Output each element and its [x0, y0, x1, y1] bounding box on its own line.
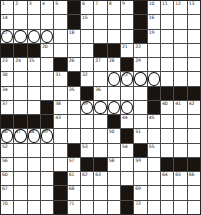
- crossword-board: 1234567891011121314151617181920212223242…: [0, 0, 201, 215]
- cell-r6c3[interactable]: [28, 72, 40, 85]
- clue-number: 26: [69, 58, 74, 63]
- cell-r13c1[interactable]: 60: [1, 172, 13, 185]
- cell-r2c3[interactable]: [28, 15, 40, 28]
- cell-r9c13[interactable]: [161, 115, 173, 128]
- clue-number: 33: [122, 72, 127, 77]
- cell-r13c13[interactable]: 64: [161, 172, 173, 185]
- cell-r13c10[interactable]: [121, 172, 133, 185]
- cell-r15c6[interactable]: 71: [68, 201, 80, 214]
- cell-r5c8[interactable]: 27: [94, 58, 106, 71]
- cell-r2c5[interactable]: [54, 15, 66, 28]
- cell-r1c4[interactable]: 4: [41, 1, 53, 14]
- cell-r1c8[interactable]: 7: [94, 1, 106, 14]
- cell-r12c8: [94, 158, 106, 171]
- clue-number: 34: [2, 87, 7, 92]
- cell-r14c12[interactable]: [148, 186, 160, 199]
- cell-r1c14[interactable]: 12: [174, 1, 186, 14]
- cell-r3c5[interactable]: [54, 30, 66, 43]
- cell-r11c5[interactable]: [54, 144, 66, 157]
- cell-r8c15[interactable]: 42: [188, 101, 200, 114]
- cell-r15c2[interactable]: [14, 201, 26, 214]
- cell-r9c8[interactable]: [94, 115, 106, 128]
- cell-r3c11: [134, 30, 146, 43]
- cell-r3c1[interactable]: 17: [1, 30, 13, 43]
- cell-r11c4[interactable]: [41, 144, 53, 157]
- clue-number: 51: [135, 129, 140, 134]
- clue-number: 30: [2, 72, 7, 77]
- cell-r9c11[interactable]: [134, 115, 146, 128]
- clue-number: 25: [29, 58, 34, 63]
- clue-number: 59: [135, 158, 140, 163]
- cell-r12c5[interactable]: [54, 158, 66, 171]
- clue-number: 60: [2, 172, 7, 177]
- cell-r13c9[interactable]: [108, 172, 120, 185]
- cell-r3c14[interactable]: [174, 30, 186, 43]
- circle-marker: [121, 101, 133, 114]
- cell-r12c7: [81, 158, 93, 171]
- cell-r7c9[interactable]: [108, 87, 120, 100]
- cell-r4c7[interactable]: [81, 44, 93, 57]
- clue-number: 29: [135, 58, 140, 63]
- cell-r12c10[interactable]: [121, 158, 133, 171]
- clue-number: 43: [55, 115, 60, 120]
- cell-r3c15[interactable]: [188, 30, 200, 43]
- clue-number: 47: [15, 129, 20, 134]
- cell-r3c3[interactable]: [28, 30, 40, 43]
- cell-r13c14[interactable]: 65: [174, 172, 186, 185]
- clue-number: 3: [29, 1, 32, 6]
- clue-number: 19: [149, 30, 154, 35]
- cell-r2c11: [134, 15, 146, 28]
- clue-number: 38: [55, 101, 60, 106]
- cell-r4c9: [108, 44, 120, 57]
- cell-r10c10: [121, 129, 133, 142]
- cell-r6c9[interactable]: [108, 72, 120, 85]
- cell-r7c11[interactable]: [134, 87, 146, 100]
- cell-r15c5: [54, 201, 66, 214]
- cell-r13c6[interactable]: 61: [68, 172, 80, 185]
- cell-r12c14: [174, 158, 186, 171]
- cell-r12c11[interactable]: 59: [134, 158, 146, 171]
- circle-marker: [28, 30, 40, 43]
- cell-r15c10: [121, 201, 133, 214]
- cell-r6c5[interactable]: 31: [54, 72, 66, 85]
- clue-number: 10: [149, 1, 154, 6]
- cell-r4c12[interactable]: [148, 44, 160, 57]
- clue-number: 61: [69, 172, 74, 177]
- cell-r15c8[interactable]: [94, 201, 106, 214]
- clue-number: 14: [2, 15, 7, 20]
- cell-r8c3[interactable]: [28, 101, 40, 114]
- clue-number: 50: [109, 129, 114, 134]
- cell-r2c13[interactable]: [161, 15, 173, 28]
- cell-r10c14[interactable]: [174, 129, 186, 142]
- clue-number: 27: [95, 58, 100, 63]
- cell-r11c9[interactable]: [108, 144, 120, 157]
- clue-number: 15: [82, 15, 87, 20]
- cell-r5c13[interactable]: [161, 58, 173, 71]
- cell-r8c10[interactable]: [121, 101, 133, 114]
- cell-r4c8: [94, 44, 106, 57]
- clue-number: 7: [95, 1, 98, 6]
- cell-r3c2[interactable]: [14, 30, 26, 43]
- cell-r8c8[interactable]: [94, 101, 106, 114]
- clue-number: 45: [149, 115, 154, 120]
- cell-r8c9[interactable]: [108, 101, 120, 114]
- cell-r13c8[interactable]: 63: [94, 172, 106, 185]
- cell-r15c9[interactable]: [108, 201, 120, 214]
- cell-r10c2[interactable]: 47: [14, 129, 26, 142]
- cell-r12c2[interactable]: [14, 158, 26, 171]
- clue-number: 55: [149, 144, 154, 149]
- cell-r5c15[interactable]: [188, 58, 200, 71]
- clue-number: 8: [109, 1, 112, 6]
- cell-r8c14[interactable]: 41: [174, 101, 186, 114]
- cell-r15c3[interactable]: [28, 201, 40, 214]
- circle-marker: [14, 30, 26, 43]
- cell-r2c1[interactable]: 14: [1, 15, 13, 28]
- clue-number: 70: [2, 201, 7, 206]
- cell-r14c5: [54, 186, 66, 199]
- clue-number: 54: [122, 144, 127, 149]
- circle-marker: [41, 30, 53, 43]
- cell-r7c10[interactable]: [121, 87, 133, 100]
- clue-number: 53: [82, 144, 87, 149]
- clue-number: 36: [95, 87, 100, 92]
- cell-r2c6: [68, 15, 80, 28]
- cell-r1c9[interactable]: 8: [108, 1, 120, 14]
- cell-r7c5[interactable]: [54, 87, 66, 100]
- cell-r4c3: [28, 44, 40, 57]
- cell-r6c14[interactable]: [174, 72, 186, 85]
- clue-number: 18: [69, 30, 74, 35]
- cell-r11c11: [134, 144, 146, 157]
- cell-r6c1[interactable]: 30: [1, 72, 13, 85]
- cell-r13c3[interactable]: [28, 172, 40, 185]
- clue-number: 11: [162, 1, 167, 6]
- cell-r5c7[interactable]: [81, 58, 93, 71]
- clue-number: 65: [175, 172, 180, 177]
- clue-number: 42: [189, 101, 194, 106]
- cell-r2c14[interactable]: [174, 15, 186, 28]
- cell-r3c13[interactable]: [161, 30, 173, 43]
- cell-r3c12[interactable]: 19: [148, 30, 160, 43]
- cell-r2c2[interactable]: [14, 15, 26, 28]
- cell-r6c4[interactable]: [41, 72, 53, 85]
- cell-r4c14[interactable]: [174, 44, 186, 57]
- cell-r14c7[interactable]: [81, 186, 93, 199]
- cell-r4c2: [14, 44, 26, 57]
- cell-r2c8[interactable]: [94, 15, 106, 28]
- cell-r6c2[interactable]: [14, 72, 26, 85]
- clue-number: 37: [2, 101, 7, 106]
- clue-number: 17: [2, 30, 7, 35]
- cell-r9c14[interactable]: [174, 115, 186, 128]
- cell-r7c6[interactable]: 35: [68, 87, 80, 100]
- cell-r13c12[interactable]: [148, 172, 160, 185]
- cell-r9c7[interactable]: [81, 115, 93, 128]
- cell-r5c3[interactable]: 25: [28, 58, 40, 71]
- cell-r9c3: [28, 115, 40, 128]
- clue-number: 22: [135, 44, 140, 49]
- clue-number: 58: [109, 158, 114, 163]
- clue-number: 39: [82, 101, 87, 106]
- cell-r4c1: [1, 44, 13, 57]
- clue-number: 48: [29, 129, 34, 134]
- cell-r8c12: [148, 101, 160, 114]
- cell-r2c7[interactable]: 15: [81, 15, 93, 28]
- cell-r14c2[interactable]: [14, 186, 26, 199]
- cell-r8c2[interactable]: [14, 101, 26, 114]
- cell-r8c6[interactable]: [68, 101, 80, 114]
- clue-number: 32: [82, 72, 87, 77]
- cell-r9c4: [41, 115, 53, 128]
- cell-r2c15[interactable]: [188, 15, 200, 28]
- clue-number: 67: [2, 186, 7, 191]
- cell-r10c5[interactable]: [54, 129, 66, 142]
- cell-r4c11[interactable]: 22: [134, 44, 146, 57]
- clue-number: 52: [2, 144, 7, 149]
- cell-r3c6[interactable]: 18: [68, 30, 80, 43]
- cell-r7c13: [161, 87, 173, 100]
- cell-r15c1[interactable]: 70: [1, 201, 13, 214]
- cell-r15c13[interactable]: [161, 201, 173, 214]
- cell-r4c6[interactable]: [68, 44, 80, 57]
- clue-number: 12: [175, 1, 180, 6]
- cell-r14c3[interactable]: [28, 186, 40, 199]
- cell-r11c8[interactable]: [94, 144, 106, 157]
- cell-r11c15[interactable]: [188, 144, 200, 157]
- cell-r11c3[interactable]: [28, 144, 40, 157]
- cell-r11c1[interactable]: 52: [1, 144, 13, 157]
- cell-r9c1: [1, 115, 13, 128]
- cell-r14c15[interactable]: [188, 186, 200, 199]
- cell-r10c15[interactable]: [188, 129, 200, 142]
- cell-r14c11[interactable]: 69: [134, 186, 146, 199]
- cell-r10c7[interactable]: [81, 129, 93, 142]
- cell-r3c10[interactable]: [121, 30, 133, 43]
- cell-r14c6[interactable]: 68: [68, 186, 80, 199]
- cell-r5c2[interactable]: 24: [14, 58, 26, 71]
- cell-r12c12[interactable]: [148, 158, 160, 171]
- cell-r10c1[interactable]: 46: [1, 129, 13, 142]
- cell-r15c15[interactable]: [188, 201, 200, 214]
- cell-r12c9[interactable]: 58: [108, 158, 120, 171]
- cell-r13c11[interactable]: [134, 172, 146, 185]
- clue-number: 13: [189, 1, 194, 6]
- clue-number: 66: [189, 172, 194, 177]
- cell-r10c13[interactable]: [161, 129, 173, 142]
- clue-number: 69: [135, 186, 140, 191]
- cell-r13c7[interactable]: 62: [81, 172, 93, 185]
- cell-r3c9[interactable]: [108, 30, 120, 43]
- cell-r5c11[interactable]: 29: [134, 58, 146, 71]
- cell-r1c15[interactable]: 13: [188, 1, 200, 14]
- cell-r1c12[interactable]: 10: [148, 1, 160, 14]
- clue-number: 41: [175, 101, 180, 106]
- clue-number: 64: [162, 172, 167, 177]
- cell-r2c9[interactable]: [108, 15, 120, 28]
- clue-number: 1: [2, 1, 5, 6]
- cell-r5c1[interactable]: 23: [1, 58, 13, 71]
- clue-number: 28: [109, 58, 114, 63]
- clue-number: 9: [122, 1, 125, 6]
- cell-r10c3[interactable]: 48: [28, 129, 40, 142]
- clue-number: 63: [95, 172, 100, 177]
- clue-number: 4: [42, 1, 45, 6]
- cell-r13c15[interactable]: 66: [188, 172, 200, 185]
- cell-r7c4[interactable]: [41, 87, 53, 100]
- cell-r5c14[interactable]: [174, 58, 186, 71]
- cell-r4c15[interactable]: [188, 44, 200, 57]
- cell-r10c8[interactable]: [94, 129, 106, 142]
- cell-r15c12[interactable]: [148, 201, 160, 214]
- cell-r3c7[interactable]: [81, 30, 93, 43]
- cell-r10c12[interactable]: [148, 129, 160, 142]
- cell-r8c13[interactable]: 40: [161, 101, 173, 114]
- cell-r1c2[interactable]: 2: [14, 1, 26, 14]
- cell-r12c4[interactable]: [41, 158, 53, 171]
- cell-r9c15[interactable]: [188, 115, 200, 128]
- cell-r8c4: [41, 101, 53, 114]
- cell-r15c14[interactable]: [174, 201, 186, 214]
- cell-r1c13[interactable]: 11: [161, 1, 173, 14]
- cell-r1c11: [134, 1, 146, 14]
- cell-r3c8[interactable]: [94, 30, 106, 43]
- cell-r7c12: [148, 87, 160, 100]
- cell-r14c14[interactable]: [174, 186, 186, 199]
- cell-r6c13[interactable]: [161, 72, 173, 85]
- cell-r11c10[interactable]: 54: [121, 144, 133, 157]
- cell-r6c10[interactable]: 33: [121, 72, 133, 85]
- cell-r6c11[interactable]: [134, 72, 146, 85]
- cell-r11c2[interactable]: [14, 144, 26, 157]
- cell-r12c3[interactable]: [28, 158, 40, 171]
- cell-r7c7: [81, 87, 93, 100]
- cell-r12c6[interactable]: 57: [68, 158, 80, 171]
- clue-number: 68: [69, 186, 74, 191]
- cell-r4c4[interactable]: 20: [41, 44, 53, 57]
- cell-r8c1[interactable]: 37: [1, 101, 13, 114]
- cell-r7c8[interactable]: 36: [94, 87, 106, 100]
- cell-r5c6[interactable]: 26: [68, 58, 80, 71]
- cell-r1c1[interactable]: 1: [1, 1, 13, 14]
- cell-r10c6[interactable]: [68, 129, 80, 142]
- cell-r13c2[interactable]: [14, 172, 26, 185]
- circle-marker: [148, 72, 160, 85]
- cell-r11c14[interactable]: [174, 144, 186, 157]
- cell-r3c4[interactable]: [41, 30, 53, 43]
- clue-number: 24: [15, 58, 20, 63]
- cell-r15c7[interactable]: [81, 201, 93, 214]
- cell-r2c12[interactable]: 16: [148, 15, 160, 28]
- cell-r7c14: [174, 87, 186, 100]
- cell-r1c7[interactable]: 6: [81, 1, 93, 14]
- cell-r12c13: [161, 158, 173, 171]
- cell-r5c4[interactable]: [41, 58, 53, 71]
- cell-r6c15[interactable]: [188, 72, 200, 85]
- cell-r10c4[interactable]: 49: [41, 129, 53, 142]
- cell-r5c5: [54, 58, 66, 71]
- cell-r9c6[interactable]: [68, 115, 80, 128]
- cell-r13c5: [54, 172, 66, 185]
- cell-r15c4[interactable]: [41, 201, 53, 214]
- cell-r6c6: [68, 72, 80, 85]
- cell-r4c10[interactable]: 21: [121, 44, 133, 57]
- cell-r14c13[interactable]: [161, 186, 173, 199]
- cell-r15c11[interactable]: 72: [134, 201, 146, 214]
- clue-number: 6: [82, 1, 85, 6]
- cell-r8c7[interactable]: 39: [81, 101, 93, 114]
- cell-r9c12[interactable]: 45: [148, 115, 160, 128]
- cell-r11c7[interactable]: 53: [81, 144, 93, 157]
- cell-r9c10[interactable]: 44: [121, 115, 133, 128]
- cell-r14c1[interactable]: 67: [1, 186, 13, 199]
- cell-r11c12[interactable]: 55: [148, 144, 160, 157]
- cell-r12c1[interactable]: 56: [1, 158, 13, 171]
- circle-marker: [94, 101, 106, 114]
- cell-r8c5[interactable]: 38: [54, 101, 66, 114]
- cell-r6c12[interactable]: [148, 72, 160, 85]
- clue-number: 46: [2, 129, 7, 134]
- clue-number: 72: [135, 201, 140, 206]
- cell-r4c13[interactable]: [161, 44, 173, 57]
- clue-number: 5: [55, 1, 58, 6]
- cell-r2c4[interactable]: [41, 15, 53, 28]
- clue-number: 56: [2, 158, 7, 163]
- cell-r9c2: [14, 115, 26, 128]
- cell-r1c5[interactable]: 5: [54, 1, 66, 14]
- cell-r7c1[interactable]: 34: [1, 87, 13, 100]
- cell-r2c10[interactable]: [121, 15, 133, 28]
- cell-r5c10: [121, 58, 133, 71]
- cell-r6c7[interactable]: 32: [81, 72, 93, 85]
- cell-r14c8[interactable]: [94, 186, 106, 199]
- circle-marker: [108, 72, 120, 85]
- cell-r4c5[interactable]: [54, 44, 66, 57]
- cell-r7c3[interactable]: [28, 87, 40, 100]
- cell-r8c11[interactable]: [134, 101, 146, 114]
- cell-r14c9[interactable]: [108, 186, 120, 199]
- clue-number: 2: [15, 1, 18, 6]
- cell-r11c13[interactable]: [161, 144, 173, 157]
- cell-r9c9: [108, 115, 120, 128]
- clue-number: 31: [55, 72, 60, 77]
- clue-number: 71: [69, 201, 74, 206]
- cell-r5c9[interactable]: 28: [108, 58, 120, 71]
- cell-r1c6: [68, 1, 80, 14]
- cell-r14c10: [121, 186, 133, 199]
- cell-r12c15: [188, 158, 200, 171]
- cell-r6c8[interactable]: [94, 72, 106, 85]
- cell-r9c5[interactable]: 43: [54, 115, 66, 128]
- cell-r1c10[interactable]: 9: [121, 1, 133, 14]
- cell-r7c2[interactable]: [14, 87, 26, 100]
- cell-r5c12[interactable]: [148, 58, 160, 71]
- clue-number: 23: [2, 58, 7, 63]
- clue-number: 44: [122, 115, 127, 120]
- clue-number: 16: [149, 15, 154, 20]
- clue-number: 57: [69, 158, 74, 163]
- clue-number: 20: [42, 44, 47, 49]
- clue-number: 21: [122, 44, 127, 49]
- cell-r13c4[interactable]: [41, 172, 53, 185]
- circle-marker: [108, 101, 120, 114]
- cell-r10c9[interactable]: 50: [108, 129, 120, 142]
- cell-r10c11[interactable]: 51: [134, 129, 146, 142]
- cell-r1c3[interactable]: 3: [28, 1, 40, 14]
- cell-r14c4[interactable]: [41, 186, 53, 199]
